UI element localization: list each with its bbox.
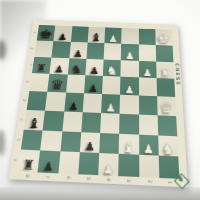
file-label-e: e [17, 80, 37, 83]
crest-knight-icon: ♞ [177, 175, 184, 183]
square-b1[interactable]: ♞ [158, 135, 178, 157]
square-b7[interactable] [40, 130, 62, 152]
square-f6[interactable]: ♞ [67, 58, 86, 76]
square-d2[interactable] [139, 95, 158, 115]
square-f2[interactable]: ♟ [138, 60, 156, 78]
square-c1[interactable] [157, 115, 177, 136]
square-b4[interactable] [99, 132, 119, 154]
file-label-h: h [25, 31, 43, 34]
table-shadow [0, 187, 200, 200]
square-c5[interactable] [81, 112, 101, 133]
rank-label-6: 6 [64, 167, 71, 188]
square-c4[interactable] [100, 113, 120, 134]
black-pawn-f7[interactable]: ♟ [54, 65, 65, 75]
black-pawn-e5[interactable]: ♟ [88, 83, 98, 93]
square-c3[interactable] [119, 114, 138, 135]
file-label-c: c [11, 118, 32, 121]
board-area: ♚♟♝♟♚♟♟♜♟♞♟♞♟♜♛♟♟♟♟♛♝♟♝♟♞♜♟♟ 87654321 hg… [22, 8, 182, 180]
black-pawn-h7[interactable]: ♟ [57, 32, 67, 41]
file-label-f: f [20, 64, 39, 66]
square-c7[interactable] [43, 110, 64, 130]
square-g5[interactable] [86, 42, 104, 59]
black-pawn-f5[interactable]: ♟ [89, 66, 99, 76]
white-pawn-h4[interactable]: ♟ [108, 34, 117, 43]
square-e7[interactable]: ♛ [47, 74, 67, 92]
square-e5[interactable]: ♟ [84, 75, 103, 94]
white-knight-f4[interactable]: ♞ [106, 65, 118, 77]
file-label-d: d [14, 98, 34, 102]
square-f5[interactable]: ♟ [85, 58, 104, 76]
black-knight-f6[interactable]: ♞ [71, 64, 83, 76]
square-d6[interactable]: ♟ [64, 93, 84, 112]
square-d1[interactable]: ♛ [157, 96, 176, 116]
square-h7[interactable]: ♟ [54, 26, 72, 42]
square-b2[interactable]: ♟ [139, 134, 159, 156]
square-f1[interactable]: ♜ [156, 61, 174, 79]
white-pawn-b2[interactable]: ♟ [143, 143, 154, 155]
chess-board: ♚♟♝♟♚♟♟♜♟♞♟♞♟♜♛♟♟♟♟♛♝♟♝♟♞♜♟♟ [18, 25, 180, 179]
black-pawn-d6[interactable]: ♟ [68, 101, 79, 112]
square-c2[interactable] [139, 114, 158, 135]
knight-crest-logo: ♞ [172, 172, 189, 189]
file-label-a: a [5, 158, 27, 162]
square-g1[interactable] [155, 45, 173, 62]
white-pawn-d4[interactable]: ♟ [105, 102, 115, 113]
square-h2[interactable] [138, 29, 155, 45]
square-d3[interactable] [120, 95, 139, 115]
square-f4[interactable]: ♞ [103, 59, 121, 77]
square-f7[interactable]: ♟ [50, 57, 69, 75]
square-f3[interactable] [121, 60, 139, 78]
rank-label-7: 7 [43, 166, 51, 187]
black-queen-e7[interactable]: ♛ [50, 78, 65, 92]
square-g4[interactable] [104, 43, 122, 60]
square-h5[interactable]: ♝ [87, 27, 105, 43]
square-d5[interactable] [82, 93, 102, 112]
square-b3[interactable]: ♝ [119, 133, 139, 155]
white-pawn-f2[interactable]: ♟ [143, 68, 153, 78]
square-d7[interactable] [45, 92, 65, 111]
square-b6[interactable] [60, 131, 81, 153]
square-g3[interactable]: ♟ [121, 44, 138, 61]
white-bishop-b3[interactable]: ♝ [122, 139, 136, 154]
file-label-g: g [23, 47, 42, 50]
square-h1[interactable]: ♚ [155, 29, 173, 45]
square-e1[interactable] [156, 78, 175, 97]
black-bishop-h5[interactable]: ♝ [90, 31, 102, 42]
white-knight-b1[interactable]: ♞ [162, 142, 175, 156]
black-king-h8[interactable]: ♚ [39, 28, 54, 41]
square-e4[interactable] [102, 76, 121, 95]
square-e3[interactable]: ♟ [120, 77, 138, 96]
black-pawn-g6[interactable]: ♟ [73, 49, 83, 58]
square-d4[interactable]: ♟ [101, 94, 120, 114]
vinyl-board: ♚♟♝♟♚♟♟♜♟♞♟♞♟♜♛♟♟♟♟♛♝♟♝♟♞♜♟♟ 87654321 hg… [9, 19, 188, 187]
square-h3[interactable] [121, 28, 138, 44]
square-h6[interactable] [71, 26, 89, 42]
board-perspective: ♚♟♝♟♚♟♟♜♟♞♟♞♟♜♛♟♟♟♟♛♝♟♝♟♞♜♟♟ 87654321 hg… [9, 19, 188, 187]
black-pawn-b5[interactable]: ♟ [84, 141, 95, 153]
white-pawn-e3[interactable]: ♟ [124, 85, 134, 95]
white-king-h1[interactable]: ♚ [157, 32, 171, 45]
square-b5[interactable]: ♟ [80, 132, 101, 154]
board-brand-text: CHESS [173, 63, 181, 86]
square-e2[interactable] [139, 78, 157, 97]
photo-backdrop: ♚♟♝♟♚♟♟♜♟♞♟♞♟♜♛♟♟♟♟♛♝♟♝♟♞♜♟♟ 87654321 hg… [0, 0, 200, 200]
white-rook-f1[interactable]: ♜ [160, 68, 171, 79]
square-g6[interactable]: ♟ [69, 42, 87, 59]
square-h4[interactable]: ♟ [104, 27, 121, 43]
square-e6[interactable] [66, 75, 85, 94]
white-queen-d1[interactable]: ♛ [159, 101, 173, 116]
square-g7[interactable] [52, 41, 71, 58]
white-pawn-g3[interactable]: ♟ [125, 51, 134, 61]
square-g2[interactable] [138, 44, 155, 61]
background-blob [0, 130, 5, 156]
square-c6[interactable] [62, 111, 83, 131]
file-label-b: b [8, 137, 29, 141]
